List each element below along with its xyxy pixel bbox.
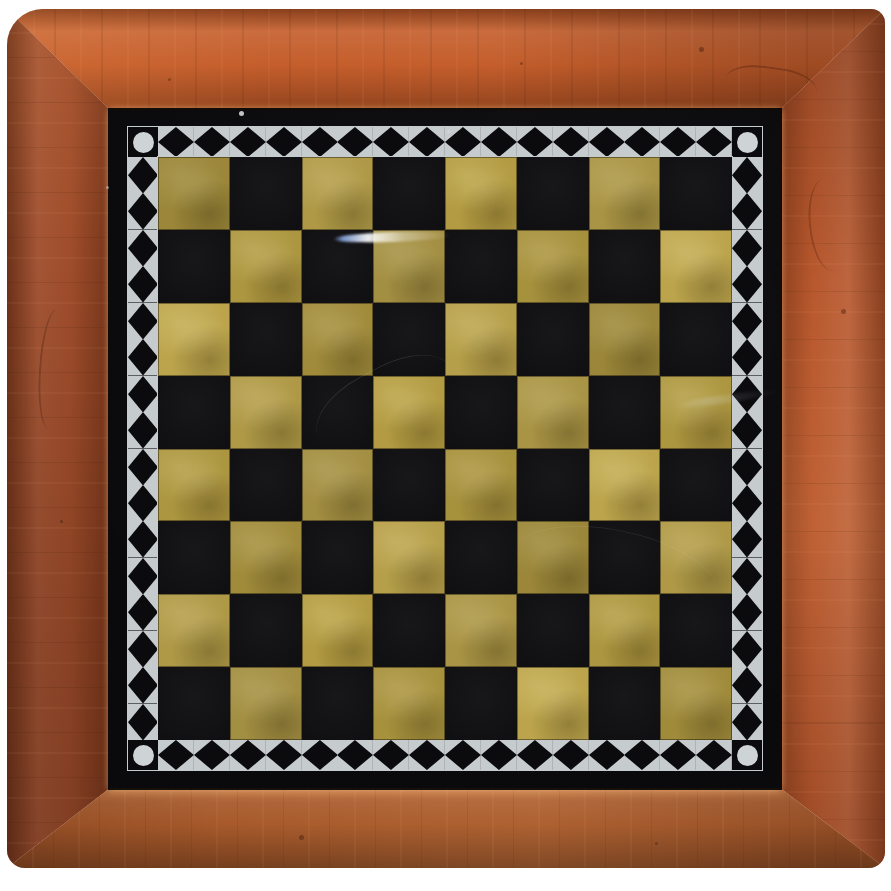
board-square-r3c1[interactable] [158, 303, 230, 376]
border-diamond-cell [553, 127, 589, 157]
border-diamond-cell [128, 303, 158, 339]
border-diamond-cell [128, 485, 158, 521]
border-diamond-cell [194, 127, 230, 157]
border-diamond-cell [732, 339, 762, 375]
board-square-r8c1[interactable] [158, 667, 230, 740]
border-strip-right [732, 157, 762, 740]
border-diamond-cell [589, 127, 625, 157]
board-square-r6c8[interactable] [660, 521, 732, 594]
diamond-border-ring [128, 127, 762, 770]
border-diamond-cell [624, 127, 660, 157]
board-square-r2c3[interactable] [302, 230, 374, 303]
border-diamond-cell [128, 521, 158, 557]
board-square-r1c7[interactable] [589, 157, 661, 230]
border-diamond-cell [732, 412, 762, 448]
border-diamond-cell [128, 449, 158, 485]
border-diamond-cell [230, 740, 266, 770]
board-square-r6c4[interactable] [373, 521, 445, 594]
corner-circle-icon [133, 132, 154, 153]
corner-circle-icon [133, 745, 154, 766]
border-diamond-cell [732, 521, 762, 557]
board-square-r6c3[interactable] [302, 521, 374, 594]
board-square-r3c2[interactable] [230, 303, 302, 376]
border-diamond-cell [660, 127, 696, 157]
board-square-r5c7[interactable] [589, 449, 661, 522]
board-square-r5c6[interactable] [517, 449, 589, 522]
board-square-r2c8[interactable] [660, 230, 732, 303]
border-diamond-cell [128, 193, 158, 229]
border-diamond-cell [732, 193, 762, 229]
board-square-r1c3[interactable] [302, 157, 374, 230]
board-square-r8c2[interactable] [230, 667, 302, 740]
board-square-r1c2[interactable] [230, 157, 302, 230]
border-corner-top-right [732, 127, 762, 157]
board-square-r2c6[interactable] [517, 230, 589, 303]
border-diamond-cell [128, 266, 158, 302]
board-square-r3c3[interactable] [302, 303, 374, 376]
border-diamond-cell [409, 740, 445, 770]
board-square-r1c4[interactable] [373, 157, 445, 230]
border-diamond-cell [732, 266, 762, 302]
board-square-r3c7[interactable] [589, 303, 661, 376]
board-square-r3c4[interactable] [373, 303, 445, 376]
board-square-r5c8[interactable] [660, 449, 732, 522]
board-square-r2c7[interactable] [589, 230, 661, 303]
board-square-r6c7[interactable] [589, 521, 661, 594]
border-diamond-cell [517, 740, 553, 770]
board-square-r6c2[interactable] [230, 521, 302, 594]
board-square-r4c6[interactable] [517, 376, 589, 449]
board-square-r1c8[interactable] [660, 157, 732, 230]
border-diamond-cell [732, 157, 762, 193]
border-diamond-cell [158, 127, 194, 157]
board-square-r3c5[interactable] [445, 303, 517, 376]
border-diamond-cell [696, 740, 732, 770]
border-strip-left [128, 157, 158, 740]
border-diamond-cell [732, 631, 762, 667]
glass-board-field [110, 110, 780, 788]
board-square-r4c3[interactable] [302, 376, 374, 449]
border-diamond-cell [194, 740, 230, 770]
border-diamond-cell [445, 127, 481, 157]
board-square-r7c8[interactable] [660, 594, 732, 667]
border-corner-top-left [128, 127, 158, 157]
border-corner-bottom-left [128, 740, 158, 770]
border-diamond-cell [732, 594, 762, 630]
board-square-r5c1[interactable] [158, 449, 230, 522]
board-square-r1c5[interactable] [445, 157, 517, 230]
board-square-r8c5[interactable] [445, 667, 517, 740]
border-diamond-cell [266, 127, 302, 157]
border-diamond-cell [732, 303, 762, 339]
border-diamond-cell [732, 667, 762, 703]
border-diamond-cell [128, 157, 158, 193]
board-square-r4c8[interactable] [660, 376, 732, 449]
border-diamond-cell [373, 127, 409, 157]
border-diamond-cell [732, 230, 762, 266]
corner-circle-icon [737, 745, 758, 766]
frame-rail-left [7, 9, 110, 868]
framed-games-board-photo [0, 0, 891, 891]
board-square-r4c2[interactable] [230, 376, 302, 449]
board-square-r7c5[interactable] [445, 594, 517, 667]
border-diamond-cell [696, 127, 732, 157]
board-square-r7c6[interactable] [517, 594, 589, 667]
border-diamond-cell [373, 740, 409, 770]
border-diamond-cell [230, 127, 266, 157]
border-diamond-cell [128, 230, 158, 266]
board-square-r6c5[interactable] [445, 521, 517, 594]
board-square-r8c7[interactable] [589, 667, 661, 740]
border-diamond-cell [128, 631, 158, 667]
board-square-r5c5[interactable] [445, 449, 517, 522]
border-diamond-cell [302, 740, 338, 770]
board-square-r8c8[interactable] [660, 667, 732, 740]
board-square-r2c1[interactable] [158, 230, 230, 303]
border-diamond-cell [660, 740, 696, 770]
border-diamond-cell [128, 376, 158, 412]
frame-rail-bottom [7, 788, 885, 868]
border-diamond-cell [481, 127, 517, 157]
board-square-r3c6[interactable] [517, 303, 589, 376]
border-diamond-cell [517, 127, 553, 157]
border-corner-bottom-right [732, 740, 762, 770]
border-diamond-cell [553, 740, 589, 770]
game-board [158, 157, 732, 740]
border-diamond-cell [409, 127, 445, 157]
border-strip-top [158, 127, 732, 157]
board-square-r4c5[interactable] [445, 376, 517, 449]
board-square-r7c1[interactable] [158, 594, 230, 667]
border-diamond-cell [732, 376, 762, 412]
border-diamond-cell [128, 667, 158, 703]
board-square-r4c4[interactable] [373, 376, 445, 449]
board-square-r1c6[interactable] [517, 157, 589, 230]
border-diamond-cell [732, 485, 762, 521]
board-square-r7c7[interactable] [589, 594, 661, 667]
board-square-r2c5[interactable] [445, 230, 517, 303]
board-square-r6c6[interactable] [517, 521, 589, 594]
board-square-r6c1[interactable] [158, 521, 230, 594]
border-diamond-cell [128, 594, 158, 630]
border-diamond-cell [481, 740, 517, 770]
border-diamond-cell [128, 339, 158, 375]
board-square-r4c1[interactable] [158, 376, 230, 449]
board-square-r5c2[interactable] [230, 449, 302, 522]
border-diamond-cell [445, 740, 481, 770]
border-diamond-cell [266, 740, 302, 770]
board-square-r7c2[interactable] [230, 594, 302, 667]
border-diamond-cell [624, 740, 660, 770]
border-diamond-cell [732, 558, 762, 594]
border-diamond-cell [337, 127, 373, 157]
board-square-r8c3[interactable] [302, 667, 374, 740]
border-diamond-cell [589, 740, 625, 770]
border-diamond-cell [128, 558, 158, 594]
board-square-r4c7[interactable] [589, 376, 661, 449]
frame-rail-right [780, 9, 885, 868]
border-diamond-cell [302, 127, 338, 157]
border-diamond-cell [128, 704, 158, 740]
border-diamond-cell [732, 449, 762, 485]
board-square-r5c3[interactable] [302, 449, 374, 522]
border-diamond-cell [128, 412, 158, 448]
border-diamond-cell [158, 740, 194, 770]
board-square-r8c6[interactable] [517, 667, 589, 740]
dust-specks [0, 0, 3, 3]
board-square-r7c3[interactable] [302, 594, 374, 667]
board-square-r7c4[interactable] [373, 594, 445, 667]
board-square-r2c2[interactable] [230, 230, 302, 303]
board-square-r3c8[interactable] [660, 303, 732, 376]
board-square-r8c4[interactable] [373, 667, 445, 740]
board-square-r1c1[interactable] [158, 157, 230, 230]
border-strip-bottom [158, 740, 732, 770]
corner-circle-icon [737, 132, 758, 153]
border-diamond-cell [337, 740, 373, 770]
board-square-r2c4[interactable] [373, 230, 445, 303]
border-diamond-cell [732, 704, 762, 740]
board-square-r5c4[interactable] [373, 449, 445, 522]
